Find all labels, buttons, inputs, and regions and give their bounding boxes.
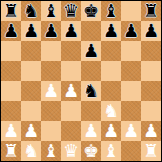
square-c7[interactable]: ♟ <box>41 21 61 41</box>
piece-white-pawn[interactable]: ♟ <box>103 121 119 141</box>
piece-white-pawn[interactable]: ♟ <box>143 121 159 141</box>
square-g4[interactable] <box>121 81 141 101</box>
square-g1[interactable] <box>121 141 141 161</box>
square-b8[interactable]: ♞ <box>21 1 41 21</box>
square-b3[interactable] <box>21 101 41 121</box>
square-f7[interactable]: ♟ <box>101 21 121 41</box>
piece-black-pawn[interactable]: ♟ <box>83 41 99 61</box>
square-d1[interactable]: ♛ <box>61 141 81 161</box>
square-c6[interactable] <box>41 41 61 61</box>
piece-black-pawn[interactable]: ♟ <box>103 21 119 41</box>
piece-white-bishop[interactable]: ♝ <box>103 141 119 161</box>
square-d4[interactable]: ♟ <box>61 81 81 101</box>
square-g2[interactable]: ♟ <box>121 121 141 141</box>
piece-white-knight[interactable]: ♞ <box>23 141 39 161</box>
square-h6[interactable] <box>141 41 161 61</box>
piece-white-pawn[interactable]: ♟ <box>3 121 19 141</box>
square-h4[interactable] <box>141 81 161 101</box>
piece-white-bishop[interactable]: ♝ <box>43 141 59 161</box>
piece-white-pawn[interactable]: ♟ <box>23 121 39 141</box>
piece-black-rook[interactable]: ♜ <box>3 1 19 21</box>
square-d7[interactable]: ♟ <box>61 21 81 41</box>
piece-black-knight[interactable]: ♞ <box>23 1 39 21</box>
square-c2[interactable] <box>41 121 61 141</box>
square-f2[interactable]: ♟ <box>101 121 121 141</box>
square-f5[interactable] <box>101 61 121 81</box>
piece-black-pawn[interactable]: ♟ <box>123 21 139 41</box>
piece-black-bishop[interactable]: ♝ <box>103 1 119 21</box>
square-b7[interactable]: ♟ <box>21 21 41 41</box>
square-c1[interactable]: ♝ <box>41 141 61 161</box>
piece-black-king[interactable]: ♚ <box>83 1 99 21</box>
square-f8[interactable]: ♝ <box>101 1 121 21</box>
piece-black-bishop[interactable]: ♝ <box>43 1 59 21</box>
square-g6[interactable] <box>121 41 141 61</box>
square-a3[interactable] <box>1 101 21 121</box>
square-b4[interactable] <box>21 81 41 101</box>
square-g7[interactable]: ♟ <box>121 21 141 41</box>
square-d5[interactable] <box>61 61 81 81</box>
square-f3[interactable]: ♞ <box>101 101 121 121</box>
square-d6[interactable] <box>61 41 81 61</box>
square-e6[interactable]: ♟ <box>81 41 101 61</box>
piece-black-knight[interactable]: ♞ <box>83 81 99 101</box>
piece-white-rook[interactable]: ♜ <box>143 141 159 161</box>
piece-black-rook[interactable]: ♜ <box>143 1 159 21</box>
piece-black-pawn[interactable]: ♟ <box>63 21 79 41</box>
piece-white-pawn[interactable]: ♟ <box>123 121 139 141</box>
piece-white-king[interactable]: ♚ <box>83 141 99 161</box>
square-h1[interactable]: ♜ <box>141 141 161 161</box>
square-e2[interactable]: ♟ <box>81 121 101 141</box>
chess-board: ♜♞♝♛♚♝♜♟♟♟♟♟♟♟♟♟♟♞♞♟♟♟♟♟♟♜♞♝♛♚♝♜ <box>0 0 162 162</box>
piece-black-pawn[interactable]: ♟ <box>143 21 159 41</box>
square-e5[interactable] <box>81 61 101 81</box>
square-c3[interactable] <box>41 101 61 121</box>
square-b1[interactable]: ♞ <box>21 141 41 161</box>
square-a5[interactable] <box>1 61 21 81</box>
square-a7[interactable]: ♟ <box>1 21 21 41</box>
square-h7[interactable]: ♟ <box>141 21 161 41</box>
piece-white-pawn[interactable]: ♟ <box>43 81 59 101</box>
square-a2[interactable]: ♟ <box>1 121 21 141</box>
square-g3[interactable] <box>121 101 141 121</box>
square-a8[interactable]: ♜ <box>1 1 21 21</box>
piece-white-knight[interactable]: ♞ <box>103 101 119 121</box>
square-h3[interactable] <box>141 101 161 121</box>
square-f1[interactable]: ♝ <box>101 141 121 161</box>
square-h2[interactable]: ♟ <box>141 121 161 141</box>
square-e4[interactable]: ♞ <box>81 81 101 101</box>
square-f6[interactable] <box>101 41 121 61</box>
square-b5[interactable] <box>21 61 41 81</box>
square-e3[interactable] <box>81 101 101 121</box>
piece-white-rook[interactable]: ♜ <box>3 141 19 161</box>
square-a4[interactable] <box>1 81 21 101</box>
square-b2[interactable]: ♟ <box>21 121 41 141</box>
square-b6[interactable] <box>21 41 41 61</box>
piece-black-queen[interactable]: ♛ <box>63 1 79 21</box>
piece-black-pawn[interactable]: ♟ <box>3 21 19 41</box>
square-c8[interactable]: ♝ <box>41 1 61 21</box>
piece-black-pawn[interactable]: ♟ <box>23 21 39 41</box>
square-h5[interactable] <box>141 61 161 81</box>
square-c4[interactable]: ♟ <box>41 81 61 101</box>
square-a1[interactable]: ♜ <box>1 141 21 161</box>
square-d8[interactable]: ♛ <box>61 1 81 21</box>
piece-white-pawn[interactable]: ♟ <box>63 81 79 101</box>
piece-black-pawn[interactable]: ♟ <box>43 21 59 41</box>
square-a6[interactable] <box>1 41 21 61</box>
square-g5[interactable] <box>121 61 141 81</box>
square-e7[interactable] <box>81 21 101 41</box>
square-g8[interactable] <box>121 1 141 21</box>
square-c5[interactable] <box>41 61 61 81</box>
square-h8[interactable]: ♜ <box>141 1 161 21</box>
piece-white-queen[interactable]: ♛ <box>63 141 79 161</box>
square-f4[interactable] <box>101 81 121 101</box>
square-e1[interactable]: ♚ <box>81 141 101 161</box>
piece-white-pawn[interactable]: ♟ <box>83 121 99 141</box>
square-d2[interactable] <box>61 121 81 141</box>
square-e8[interactable]: ♚ <box>81 1 101 21</box>
square-d3[interactable] <box>61 101 81 121</box>
